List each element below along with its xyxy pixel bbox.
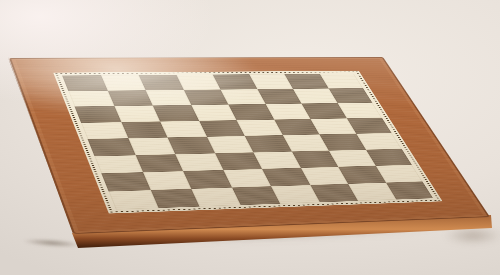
square-a6 — [75, 106, 121, 123]
photo-backdrop — [0, 0, 500, 275]
square-a4 — [88, 138, 136, 156]
playing-field — [53, 71, 442, 214]
square-a7 — [68, 90, 114, 106]
squares-grid — [62, 74, 433, 210]
chess-board — [9, 57, 490, 234]
square-a5 — [81, 122, 128, 139]
square-a8 — [62, 75, 107, 91]
